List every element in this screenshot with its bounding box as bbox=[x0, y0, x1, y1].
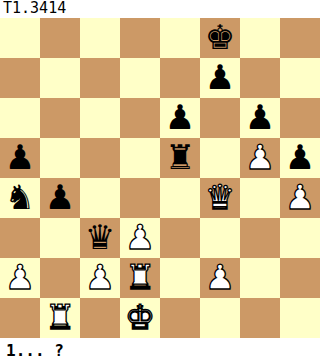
square-f3[interactable] bbox=[200, 218, 240, 258]
square-c4[interactable] bbox=[80, 178, 120, 218]
square-f4[interactable]: ♛ bbox=[200, 178, 240, 218]
square-a6[interactable] bbox=[0, 98, 40, 138]
square-h5[interactable]: ♟ bbox=[280, 138, 320, 178]
square-a1[interactable] bbox=[0, 298, 40, 338]
square-f7[interactable]: ♟ bbox=[200, 58, 240, 98]
square-c5[interactable] bbox=[80, 138, 120, 178]
white-pawn-f2[interactable]: ♟ bbox=[205, 260, 235, 294]
square-b3[interactable] bbox=[40, 218, 80, 258]
black-queen-c3[interactable]: ♛ bbox=[85, 220, 115, 254]
black-pawn-b4[interactable]: ♟ bbox=[45, 180, 75, 214]
square-b7[interactable] bbox=[40, 58, 80, 98]
square-h6[interactable] bbox=[280, 98, 320, 138]
square-a8[interactable] bbox=[0, 18, 40, 58]
square-c8[interactable] bbox=[80, 18, 120, 58]
square-e2[interactable] bbox=[160, 258, 200, 298]
square-g7[interactable] bbox=[240, 58, 280, 98]
square-a2[interactable]: ♟ bbox=[0, 258, 40, 298]
square-e7[interactable] bbox=[160, 58, 200, 98]
square-b2[interactable] bbox=[40, 258, 80, 298]
square-h7[interactable] bbox=[280, 58, 320, 98]
square-a4[interactable]: ♞ bbox=[0, 178, 40, 218]
white-rook-d2[interactable]: ♜ bbox=[125, 260, 155, 294]
diagram-title: T1.3414 bbox=[0, 0, 320, 18]
square-e3[interactable] bbox=[160, 218, 200, 258]
square-g2[interactable] bbox=[240, 258, 280, 298]
square-d8[interactable] bbox=[120, 18, 160, 58]
square-g3[interactable] bbox=[240, 218, 280, 258]
square-f2[interactable]: ♟ bbox=[200, 258, 240, 298]
square-b8[interactable] bbox=[40, 18, 80, 58]
square-c1[interactable] bbox=[80, 298, 120, 338]
square-c7[interactable] bbox=[80, 58, 120, 98]
black-knight-a4[interactable]: ♞ bbox=[5, 180, 35, 214]
black-king-f8[interactable]: ♚ bbox=[205, 20, 235, 54]
square-e5[interactable]: ♜ bbox=[160, 138, 200, 178]
square-h2[interactable] bbox=[280, 258, 320, 298]
white-pawn-h4[interactable]: ♟ bbox=[285, 180, 315, 214]
square-c3[interactable]: ♛ bbox=[80, 218, 120, 258]
white-queen-f4[interactable]: ♛ bbox=[205, 180, 235, 214]
square-a7[interactable] bbox=[0, 58, 40, 98]
square-f8[interactable]: ♚ bbox=[200, 18, 240, 58]
square-f5[interactable] bbox=[200, 138, 240, 178]
square-b1[interactable]: ♜ bbox=[40, 298, 80, 338]
square-g5[interactable]: ♟ bbox=[240, 138, 280, 178]
square-d4[interactable] bbox=[120, 178, 160, 218]
square-d1[interactable]: ♚ bbox=[120, 298, 160, 338]
black-rook-e5[interactable]: ♜ bbox=[165, 140, 195, 174]
white-rook-b1[interactable]: ♜ bbox=[45, 300, 75, 334]
square-h4[interactable]: ♟ bbox=[280, 178, 320, 218]
square-g4[interactable] bbox=[240, 178, 280, 218]
square-b5[interactable] bbox=[40, 138, 80, 178]
white-pawn-a2[interactable]: ♟ bbox=[5, 260, 35, 294]
black-pawn-f7[interactable]: ♟ bbox=[205, 60, 235, 94]
white-pawn-g5[interactable]: ♟ bbox=[245, 140, 275, 174]
square-c2[interactable]: ♟ bbox=[80, 258, 120, 298]
square-g8[interactable] bbox=[240, 18, 280, 58]
square-g1[interactable] bbox=[240, 298, 280, 338]
black-pawn-g6[interactable]: ♟ bbox=[245, 100, 275, 134]
square-d3[interactable]: ♟ bbox=[120, 218, 160, 258]
white-king-d1[interactable]: ♚ bbox=[125, 300, 155, 334]
square-a5[interactable]: ♟ bbox=[0, 138, 40, 178]
square-d5[interactable] bbox=[120, 138, 160, 178]
square-e4[interactable] bbox=[160, 178, 200, 218]
square-f6[interactable] bbox=[200, 98, 240, 138]
square-f1[interactable] bbox=[200, 298, 240, 338]
black-pawn-a5[interactable]: ♟ bbox=[5, 140, 35, 174]
square-h1[interactable] bbox=[280, 298, 320, 338]
square-c6[interactable] bbox=[80, 98, 120, 138]
square-g6[interactable]: ♟ bbox=[240, 98, 280, 138]
square-d6[interactable] bbox=[120, 98, 160, 138]
square-d7[interactable] bbox=[120, 58, 160, 98]
black-pawn-h5[interactable]: ♟ bbox=[285, 140, 315, 174]
square-a3[interactable] bbox=[0, 218, 40, 258]
black-pawn-e6[interactable]: ♟ bbox=[165, 100, 195, 134]
square-h8[interactable] bbox=[280, 18, 320, 58]
square-e6[interactable]: ♟ bbox=[160, 98, 200, 138]
chess-board: ♚♟♟♟♟♜♟♟♞♟♛♟♛♟♟♟♜♟♜♚ bbox=[0, 18, 320, 338]
white-pawn-d3[interactable]: ♟ bbox=[125, 220, 155, 254]
square-b4[interactable]: ♟ bbox=[40, 178, 80, 218]
square-e8[interactable] bbox=[160, 18, 200, 58]
move-prompt: 1... ? bbox=[0, 338, 320, 360]
white-pawn-c2[interactable]: ♟ bbox=[85, 260, 115, 294]
square-d2[interactable]: ♜ bbox=[120, 258, 160, 298]
square-e1[interactable] bbox=[160, 298, 200, 338]
chess-diagram-page: T1.3414 ♚♟♟♟♟♜♟♟♞♟♛♟♛♟♟♟♜♟♜♚ 1... ? bbox=[0, 0, 320, 360]
square-b6[interactable] bbox=[40, 98, 80, 138]
square-h3[interactable] bbox=[280, 218, 320, 258]
